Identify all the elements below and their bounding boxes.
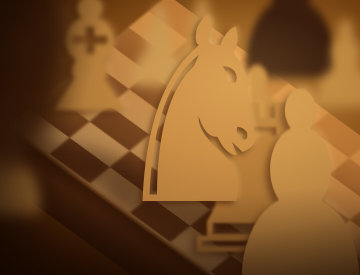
white-knight: ♞ <box>110 0 288 240</box>
chess-photo-scene: c b ♟ ♟ ♟ ♟ ♟ ♜ ♟ ♚ ♝ ♞ ♟ <box>0 0 360 275</box>
